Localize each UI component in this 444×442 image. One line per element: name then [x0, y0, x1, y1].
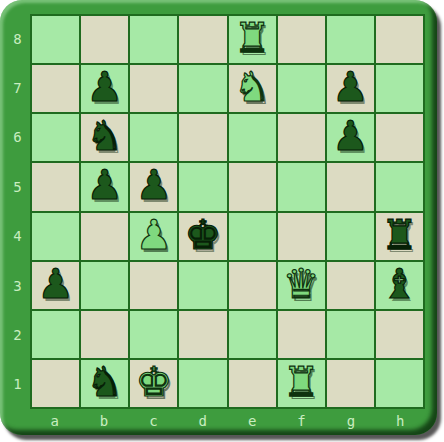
- square-h8[interactable]: [376, 16, 423, 63]
- square-h2[interactable]: [376, 311, 423, 358]
- square-e3[interactable]: [229, 262, 276, 309]
- square-a7[interactable]: [32, 65, 79, 112]
- black-pawn-g6[interactable]: ♟: [332, 116, 369, 157]
- white-rook-f1[interactable]: ♜: [283, 362, 320, 403]
- square-c1[interactable]: ♚: [130, 360, 177, 407]
- square-d5[interactable]: [179, 163, 226, 210]
- file-label-a: a: [30, 409, 79, 433]
- black-king-d4[interactable]: ♚: [185, 215, 222, 256]
- black-pawn-a3[interactable]: ♟: [37, 264, 74, 305]
- rank-label-6: 6: [5, 113, 30, 162]
- square-b2[interactable]: [81, 311, 128, 358]
- square-b7[interactable]: ♟: [81, 65, 128, 112]
- rank-label-5: 5: [5, 162, 30, 211]
- square-g6[interactable]: ♟: [327, 114, 374, 161]
- square-e1[interactable]: [229, 360, 276, 407]
- square-e7[interactable]: ♞: [229, 65, 276, 112]
- square-c5[interactable]: ♟: [130, 163, 177, 210]
- square-b6[interactable]: ♞: [81, 114, 128, 161]
- square-a2[interactable]: [32, 311, 79, 358]
- rank-label-1: 1: [5, 360, 30, 409]
- black-bishop-h3[interactable]: ♝: [381, 264, 418, 305]
- square-g2[interactable]: [327, 311, 374, 358]
- square-c8[interactable]: [130, 16, 177, 63]
- square-g4[interactable]: [327, 213, 374, 260]
- rank-label-3: 3: [5, 261, 30, 310]
- square-h7[interactable]: [376, 65, 423, 112]
- rank-label-2: 2: [5, 310, 30, 359]
- square-g7[interactable]: ♟: [327, 65, 374, 112]
- square-c3[interactable]: [130, 262, 177, 309]
- square-f4[interactable]: [278, 213, 325, 260]
- black-pawn-c5[interactable]: ♟: [135, 165, 172, 206]
- square-f1[interactable]: ♜: [278, 360, 325, 407]
- square-b8[interactable]: [81, 16, 128, 63]
- rank-label-8: 8: [5, 14, 30, 63]
- rank-label-4: 4: [5, 212, 30, 261]
- white-rook-e8[interactable]: ♜: [234, 18, 271, 59]
- square-d6[interactable]: [179, 114, 226, 161]
- file-label-b: b: [79, 409, 128, 433]
- square-h5[interactable]: [376, 163, 423, 210]
- square-a1[interactable]: [32, 360, 79, 407]
- square-h4[interactable]: ♜: [376, 213, 423, 260]
- square-h6[interactable]: [376, 114, 423, 161]
- black-pawn-b5[interactable]: ♟: [86, 165, 123, 206]
- square-f6[interactable]: [278, 114, 325, 161]
- square-c2[interactable]: [130, 311, 177, 358]
- square-a8[interactable]: [32, 16, 79, 63]
- white-knight-e7[interactable]: ♞: [234, 67, 271, 108]
- square-g3[interactable]: [327, 262, 374, 309]
- white-queen-f3[interactable]: ♛: [283, 264, 320, 305]
- square-a3[interactable]: ♟: [32, 262, 79, 309]
- file-label-c: c: [129, 409, 178, 433]
- square-e2[interactable]: [229, 311, 276, 358]
- rank-labels: 87654321: [5, 14, 30, 409]
- square-b5[interactable]: ♟: [81, 163, 128, 210]
- square-d4[interactable]: ♚: [179, 213, 226, 260]
- square-e6[interactable]: [229, 114, 276, 161]
- black-knight-b1[interactable]: ♞: [86, 362, 123, 403]
- square-d2[interactable]: [179, 311, 226, 358]
- black-knight-b6[interactable]: ♞: [86, 116, 123, 157]
- square-f2[interactable]: [278, 311, 325, 358]
- square-h3[interactable]: ♝: [376, 262, 423, 309]
- square-f3[interactable]: ♛: [278, 262, 325, 309]
- square-d8[interactable]: [179, 16, 226, 63]
- square-a6[interactable]: [32, 114, 79, 161]
- square-h1[interactable]: [376, 360, 423, 407]
- square-b4[interactable]: [81, 213, 128, 260]
- square-b3[interactable]: [81, 262, 128, 309]
- square-a5[interactable]: [32, 163, 79, 210]
- file-label-d: d: [178, 409, 227, 433]
- square-f7[interactable]: [278, 65, 325, 112]
- file-label-e: e: [228, 409, 277, 433]
- square-g8[interactable]: [327, 16, 374, 63]
- square-g5[interactable]: [327, 163, 374, 210]
- square-c6[interactable]: [130, 114, 177, 161]
- file-labels: abcdefgh: [30, 409, 425, 433]
- chess-board[interactable]: ♜♟♞♟♞♟♟♟♟♚♜♟♛♝♞♚♜: [30, 14, 425, 409]
- file-label-f: f: [277, 409, 326, 433]
- square-c7[interactable]: [130, 65, 177, 112]
- white-pawn-c4[interactable]: ♟: [135, 215, 172, 256]
- square-e4[interactable]: [229, 213, 276, 260]
- file-label-g: g: [326, 409, 375, 433]
- square-d7[interactable]: [179, 65, 226, 112]
- black-pawn-b7[interactable]: ♟: [86, 67, 123, 108]
- white-king-c1[interactable]: ♚: [135, 362, 172, 403]
- square-d1[interactable]: [179, 360, 226, 407]
- square-g1[interactable]: [327, 360, 374, 407]
- square-f8[interactable]: [278, 16, 325, 63]
- square-d3[interactable]: [179, 262, 226, 309]
- rank-label-7: 7: [5, 63, 30, 112]
- square-e5[interactable]: [229, 163, 276, 210]
- square-a4[interactable]: [32, 213, 79, 260]
- file-label-h: h: [376, 409, 425, 433]
- square-c4[interactable]: ♟: [130, 213, 177, 260]
- black-pawn-g7[interactable]: ♟: [332, 67, 369, 108]
- square-f5[interactable]: [278, 163, 325, 210]
- square-b1[interactable]: ♞: [81, 360, 128, 407]
- board-frame: 87654321 ♜♟♞♟♞♟♟♟♟♚♜♟♛♝♞♚♜ abcdefgh: [0, 0, 437, 435]
- black-rook-h4[interactable]: ♜: [381, 215, 418, 256]
- square-e8[interactable]: ♜: [229, 16, 276, 63]
